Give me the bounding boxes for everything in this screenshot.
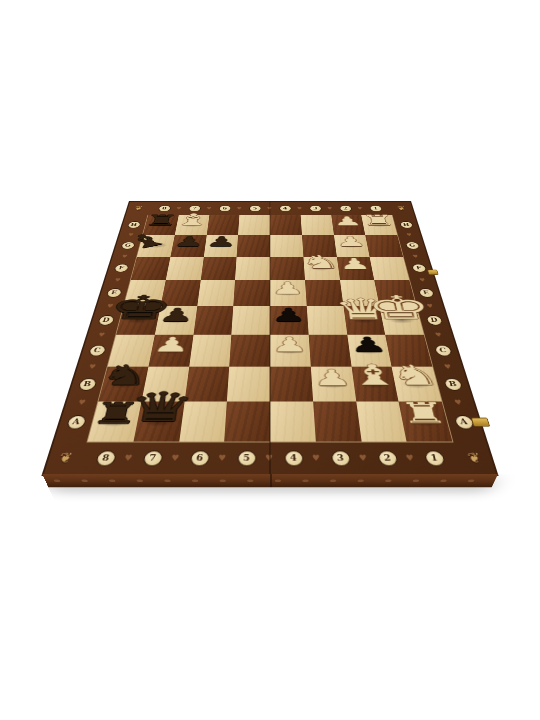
pawn-glyph-icon: ♟ [205,235,237,249]
square-f8[interactable] [131,257,171,281]
square-f1[interactable] [370,257,410,281]
pawn-glyph-icon: ♟ [157,306,195,324]
coordinate-medallion: 2 [339,205,352,212]
heart-ornament-icon: ♥ [123,453,133,462]
pawn-glyph-icon: ♟ [335,235,368,249]
coordinate-medallion: 1 [423,450,445,466]
square-a5[interactable] [224,402,270,442]
square-h5[interactable] [238,215,270,235]
coordinate-medallion: 7 [142,450,163,466]
pawn-glyph-icon: ♟ [312,367,353,389]
heart-ornament-icon: ♥ [88,363,97,370]
square-f6[interactable] [200,257,236,281]
rook-glyph-icon: ♜ [360,213,397,227]
square-b5[interactable] [227,366,270,401]
heart-ornament-icon: ♥ [327,206,333,210]
square-f7[interactable] [166,257,204,281]
square-g5[interactable] [237,235,270,257]
knight-glyph-icon: ♞ [301,253,342,271]
coordinate-medallion: 5 [237,450,256,466]
square-a4[interactable] [270,402,316,442]
coordinate-medallion: 2 [377,450,398,466]
coordinate-medallion: 4 [279,205,291,212]
square-f4[interactable] [270,257,305,281]
square-c6[interactable] [189,335,232,367]
heart-ornament-icon: ♥ [218,453,227,462]
pawn-glyph-icon: ♟ [271,306,306,324]
coordinate-medallion: A [65,415,87,429]
pawn-glyph-icon: ♟ [172,235,205,249]
coordinate-medallion: 3 [309,205,322,212]
coordinate-medallion: F [113,264,129,272]
heart-ornament-icon: ♥ [121,254,128,259]
coordinate-medallion: 6 [218,205,231,212]
heart-ornament-icon: ♥ [265,453,273,462]
coordinate-medallion: 8 [158,205,171,212]
pawn-glyph-icon: ♟ [271,335,308,355]
king-glyph-icon: ♚ [364,292,435,324]
heart-ornament-icon: ♥ [358,453,367,462]
coordinate-medallion: 6 [189,450,209,466]
coordinate-medallion: 3 [330,450,350,466]
heart-ornament-icon: ♥ [312,453,321,462]
rook-glyph-icon: ♜ [397,399,451,428]
square-h4[interactable] [270,215,302,235]
pawn-glyph-icon: ♟ [332,215,363,228]
coordinate-label: 1♥ [408,442,462,474]
square-h6[interactable] [206,215,239,235]
coordinate-medallion: H [127,221,141,228]
pawn-glyph-icon: ♟ [151,335,191,355]
heart-ornament-icon: ♥ [406,233,413,237]
coordinate-label: 5♥ [222,442,270,474]
square-d6[interactable] [193,306,233,335]
coordinate-medallion: 8 [95,450,117,466]
coordinate-label: 4♥ [270,442,318,474]
square-c3[interactable] [308,335,351,367]
heart-ornament-icon: ♥ [267,206,272,210]
heart-ornament-icon: ♥ [297,206,302,210]
coordinate-medallion: B [443,378,463,391]
coordinate-medallion: 5 [249,205,261,212]
square-a3[interactable] [313,402,361,442]
chess-board: ❦ ❦ ❦ ❦ 87♥6♥5♥4♥3♥2♥1♥ 87♥6♥5♥4♥3♥2♥1♥ … [44,202,496,474]
square-h3[interactable] [300,215,333,235]
square-e5[interactable] [233,280,270,306]
heart-ornament-icon: ♥ [114,277,121,282]
bishop-glyph-icon: ♝ [173,212,213,228]
product-photo-stage: ❦ ❦ ❦ ❦ 87♥6♥5♥4♥3♥2♥1♥ 87♥6♥5♥4♥3♥2♥1♥ … [0,0,540,720]
pawn-glyph-icon: ♟ [349,335,389,355]
coordinate-medallion: C [433,345,452,356]
coordinate-label: 5♥ [239,202,270,215]
square-b4[interactable] [270,366,313,401]
square-f5[interactable] [235,257,270,281]
heart-ornament-icon: ♥ [77,398,87,406]
heart-ornament-icon: ♥ [412,254,419,259]
heart-ornament-icon: ♥ [419,277,426,282]
heart-ornament-icon: ♥ [98,332,106,338]
coordinate-medallion: 4 [284,450,303,466]
coordinate-label: 6♥ [174,442,224,474]
chess-board-perspective-wrap: ❦ ❦ ❦ ❦ 87♥6♥5♥4♥3♥2♥1♥ 87♥6♥5♥4♥3♥2♥1♥ … [44,22,496,474]
heart-ornament-icon: ♥ [357,206,363,210]
square-g4[interactable] [270,235,303,257]
coordinate-medallion: F [411,264,427,272]
heart-ornament-icon: ♥ [237,206,242,210]
square-g1[interactable] [365,235,403,257]
coordinate-label: 4♥ [270,202,301,215]
coordinate-medallion: C [88,345,107,356]
square-e6[interactable] [197,280,235,306]
heart-ornament-icon: ♥ [171,453,180,462]
coordinate-medallion: 1 [369,205,382,212]
coordinate-medallion: A [453,415,475,429]
square-c5[interactable] [229,335,270,367]
coordinate-label: 6♥ [209,202,240,215]
coordinate-medallion: B [77,378,97,391]
square-d5[interactable] [232,306,270,335]
queen-glyph-icon: ♛ [123,387,196,427]
board-front-edge [42,474,498,487]
heart-ornament-icon: ♥ [405,453,415,462]
coordinate-medallion: G [405,241,420,249]
pawn-glyph-icon: ♟ [271,280,305,296]
pawn-glyph-icon: ♟ [338,256,372,271]
near-border-rank-labels: 87♥6♥5♥4♥3♥2♥1♥ [78,442,462,474]
fold-seam-front [270,474,272,487]
coordinate-medallion: H [399,221,413,228]
